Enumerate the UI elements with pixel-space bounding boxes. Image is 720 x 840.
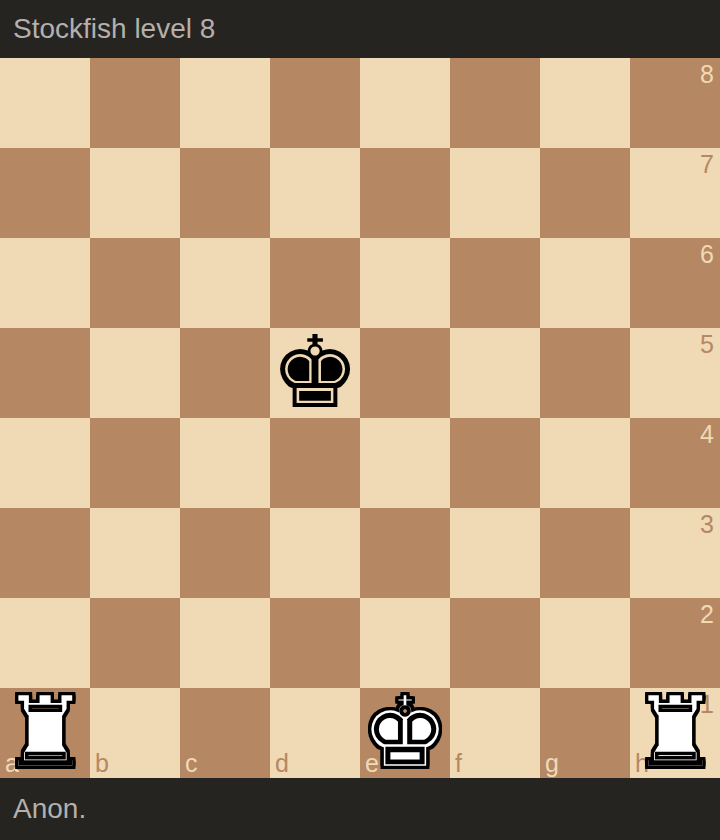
square-g4[interactable] [540,418,630,508]
white-king[interactable]: ♚ [360,688,450,778]
square-g8[interactable] [540,58,630,148]
opponent-name: Stockfish level 8 [13,15,215,43]
square-g5[interactable] [540,328,630,418]
square-e5[interactable] [360,328,450,418]
square-b3[interactable] [90,508,180,598]
square-f4[interactable] [450,418,540,508]
player-name: Anon. [13,795,86,823]
square-h7[interactable]: 7 [630,148,720,238]
square-b1[interactable]: b [90,688,180,778]
white-rook[interactable]: ♜ [630,688,720,778]
file-label-d: d [275,751,289,776]
square-c2[interactable] [180,598,270,688]
square-a7[interactable] [0,148,90,238]
square-e4[interactable] [360,418,450,508]
square-d4[interactable] [270,418,360,508]
square-d7[interactable] [270,148,360,238]
opponent-bar: Stockfish level 8 [0,0,720,58]
square-e3[interactable] [360,508,450,598]
rank-label-8: 8 [700,62,714,87]
square-a5[interactable] [0,328,90,418]
square-f3[interactable] [450,508,540,598]
square-h6[interactable]: 6 [630,238,720,328]
square-g7[interactable] [540,148,630,238]
rank-label-5: 5 [700,332,714,357]
black-king[interactable]: ♚ [270,328,360,418]
square-b8[interactable] [90,58,180,148]
square-d8[interactable] [270,58,360,148]
square-c7[interactable] [180,148,270,238]
square-b4[interactable] [90,418,180,508]
square-c3[interactable] [180,508,270,598]
square-a6[interactable] [0,238,90,328]
square-e8[interactable] [360,58,450,148]
square-f5[interactable] [450,328,540,418]
square-b2[interactable] [90,598,180,688]
square-g1[interactable]: g [540,688,630,778]
square-b5[interactable] [90,328,180,418]
square-a1[interactable]: a♜ [0,688,90,778]
square-c8[interactable] [180,58,270,148]
file-label-g: g [545,751,559,776]
square-c6[interactable] [180,238,270,328]
square-d2[interactable] [270,598,360,688]
square-a4[interactable] [0,418,90,508]
file-label-c: c [185,751,198,776]
rank-label-6: 6 [700,242,714,267]
chess-board: 876♚5432a♜bcde♚fg1h♜ [0,58,720,778]
square-h5[interactable]: 5 [630,328,720,418]
file-label-f: f [455,751,462,776]
rank-label-3: 3 [700,512,714,537]
square-d5[interactable]: ♚ [270,328,360,418]
square-e1[interactable]: e♚ [360,688,450,778]
square-a3[interactable] [0,508,90,598]
square-d1[interactable]: d [270,688,360,778]
square-e7[interactable] [360,148,450,238]
square-h8[interactable]: 8 [630,58,720,148]
square-g2[interactable] [540,598,630,688]
square-f6[interactable] [450,238,540,328]
square-h3[interactable]: 3 [630,508,720,598]
white-rook[interactable]: ♜ [0,688,90,778]
square-b7[interactable] [90,148,180,238]
square-c5[interactable] [180,328,270,418]
square-f8[interactable] [450,58,540,148]
square-d3[interactable] [270,508,360,598]
rank-label-4: 4 [700,422,714,447]
rank-label-2: 2 [700,602,714,627]
square-c1[interactable]: c [180,688,270,778]
square-b6[interactable] [90,238,180,328]
square-f1[interactable]: f [450,688,540,778]
file-label-b: b [95,751,109,776]
square-h4[interactable]: 4 [630,418,720,508]
square-a8[interactable] [0,58,90,148]
square-e6[interactable] [360,238,450,328]
square-f7[interactable] [450,148,540,238]
rank-label-7: 7 [700,152,714,177]
square-g6[interactable] [540,238,630,328]
square-g3[interactable] [540,508,630,598]
square-h1[interactable]: 1h♜ [630,688,720,778]
square-c4[interactable] [180,418,270,508]
square-f2[interactable] [450,598,540,688]
